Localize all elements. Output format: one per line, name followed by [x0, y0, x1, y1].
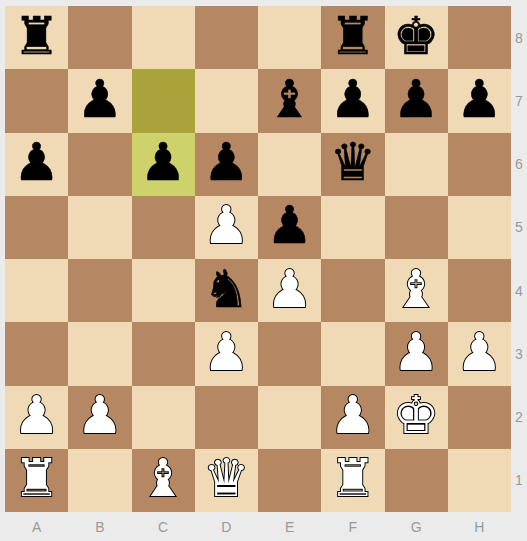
square-e5[interactable]: ♟: [258, 196, 321, 259]
file-label-f: F: [321, 512, 384, 541]
square-b4[interactable]: [68, 259, 131, 322]
rank-label-4: 4: [511, 259, 527, 322]
piece-white-pawn[interactable]: ♟: [266, 263, 313, 315]
square-f7[interactable]: ♟: [321, 69, 384, 132]
square-e3[interactable]: [258, 322, 321, 385]
square-e7[interactable]: ♝: [258, 69, 321, 132]
rank-label-1: 1: [511, 449, 527, 512]
square-a8[interactable]: ♜: [5, 6, 68, 69]
square-g4[interactable]: ♝: [385, 259, 448, 322]
piece-white-bishop[interactable]: ♝: [140, 452, 187, 504]
square-b2[interactable]: ♟: [68, 386, 131, 449]
square-g7[interactable]: ♟: [385, 69, 448, 132]
square-h3[interactable]: ♟: [448, 322, 511, 385]
piece-white-pawn[interactable]: ♟: [77, 389, 124, 441]
square-b8[interactable]: [68, 6, 131, 69]
square-h2[interactable]: [448, 386, 511, 449]
square-b5[interactable]: [68, 196, 131, 259]
piece-white-rook[interactable]: ♜: [13, 452, 60, 504]
chess-board: ♜♜♚♟♝♟♟♟♟♟♟♛♟♟♞♟♝♟♟♟♟♟♟♚♜♝♛♜: [5, 6, 511, 512]
square-b6[interactable]: [68, 133, 131, 196]
rank-label-2: 2: [511, 386, 527, 449]
square-a5[interactable]: [5, 196, 68, 259]
square-f8[interactable]: ♜: [321, 6, 384, 69]
piece-white-bishop[interactable]: ♝: [393, 263, 440, 315]
piece-white-pawn[interactable]: ♟: [203, 199, 250, 251]
file-label-h: H: [448, 512, 511, 541]
square-f1[interactable]: ♜: [321, 449, 384, 512]
piece-white-rook[interactable]: ♜: [330, 452, 377, 504]
square-d7[interactable]: [195, 69, 258, 132]
square-f2[interactable]: ♟: [321, 386, 384, 449]
file-label-e: E: [258, 512, 321, 541]
file-label-d: D: [195, 512, 258, 541]
file-label-b: B: [68, 512, 131, 541]
square-b7[interactable]: ♟: [68, 69, 131, 132]
file-label-g: G: [385, 512, 448, 541]
rank-label-7: 7: [511, 69, 527, 132]
piece-black-pawn[interactable]: ♟: [266, 199, 313, 251]
square-f5[interactable]: [321, 196, 384, 259]
square-a6[interactable]: ♟: [5, 133, 68, 196]
piece-black-pawn[interactable]: ♟: [203, 136, 250, 188]
square-d5[interactable]: ♟: [195, 196, 258, 259]
piece-black-bishop[interactable]: ♝: [266, 73, 313, 125]
piece-white-pawn[interactable]: ♟: [456, 326, 503, 378]
piece-white-pawn[interactable]: ♟: [330, 389, 377, 441]
square-e1[interactable]: [258, 449, 321, 512]
square-c8[interactable]: [132, 6, 195, 69]
square-a4[interactable]: [5, 259, 68, 322]
square-d1[interactable]: ♛: [195, 449, 258, 512]
square-g3[interactable]: ♟: [385, 322, 448, 385]
piece-white-pawn[interactable]: ♟: [203, 326, 250, 378]
square-f3[interactable]: [321, 322, 384, 385]
piece-black-pawn[interactable]: ♟: [77, 73, 124, 125]
piece-black-pawn[interactable]: ♟: [393, 73, 440, 125]
square-e6[interactable]: [258, 133, 321, 196]
square-h4[interactable]: [448, 259, 511, 322]
square-d8[interactable]: [195, 6, 258, 69]
square-h5[interactable]: [448, 196, 511, 259]
rank-label-3: 3: [511, 322, 527, 385]
piece-black-pawn[interactable]: ♟: [13, 136, 60, 188]
piece-black-queen[interactable]: ♛: [330, 136, 377, 188]
rank-label-6: 6: [511, 133, 527, 196]
file-labels: ABCDEFGH: [5, 512, 511, 541]
piece-black-pawn[interactable]: ♟: [140, 136, 187, 188]
square-c6[interactable]: ♟: [132, 133, 195, 196]
square-a2[interactable]: ♟: [5, 386, 68, 449]
square-e4[interactable]: ♟: [258, 259, 321, 322]
rank-label-5: 5: [511, 196, 527, 259]
piece-black-rook[interactable]: ♜: [13, 10, 60, 62]
square-h8[interactable]: [448, 6, 511, 69]
square-h7[interactable]: ♟: [448, 69, 511, 132]
square-g5[interactable]: [385, 196, 448, 259]
square-d6[interactable]: ♟: [195, 133, 258, 196]
square-e2[interactable]: [258, 386, 321, 449]
square-f6[interactable]: ♛: [321, 133, 384, 196]
square-g1[interactable]: [385, 449, 448, 512]
square-a3[interactable]: [5, 322, 68, 385]
square-c4[interactable]: [132, 259, 195, 322]
square-g8[interactable]: ♚: [385, 6, 448, 69]
piece-black-knight[interactable]: ♞: [203, 263, 250, 315]
piece-white-queen[interactable]: ♛: [203, 452, 250, 504]
piece-black-rook[interactable]: ♜: [330, 10, 377, 62]
piece-white-king[interactable]: ♚: [393, 389, 440, 441]
piece-white-pawn[interactable]: ♟: [13, 389, 60, 441]
square-d2[interactable]: [195, 386, 258, 449]
rank-label-8: 8: [511, 6, 527, 69]
square-f4[interactable]: [321, 259, 384, 322]
piece-black-pawn[interactable]: ♟: [330, 73, 377, 125]
square-b3[interactable]: [68, 322, 131, 385]
file-label-c: C: [132, 512, 195, 541]
square-e8[interactable]: [258, 6, 321, 69]
square-c1[interactable]: ♝: [132, 449, 195, 512]
piece-black-king[interactable]: ♚: [393, 10, 440, 62]
piece-black-pawn[interactable]: ♟: [456, 73, 503, 125]
square-g6[interactable]: [385, 133, 448, 196]
square-c5[interactable]: [132, 196, 195, 259]
square-a1[interactable]: ♜: [5, 449, 68, 512]
square-d3[interactable]: ♟: [195, 322, 258, 385]
square-d4[interactable]: ♞: [195, 259, 258, 322]
file-label-a: A: [5, 512, 68, 541]
square-c3[interactable]: [132, 322, 195, 385]
square-a7[interactable]: [5, 69, 68, 132]
square-c2[interactable]: [132, 386, 195, 449]
square-g2[interactable]: ♚: [385, 386, 448, 449]
rank-labels: 87654321: [511, 6, 527, 512]
square-c7[interactable]: [132, 69, 195, 132]
square-b1[interactable]: [68, 449, 131, 512]
piece-white-pawn[interactable]: ♟: [393, 326, 440, 378]
square-h1[interactable]: [448, 449, 511, 512]
square-h6[interactable]: [448, 133, 511, 196]
